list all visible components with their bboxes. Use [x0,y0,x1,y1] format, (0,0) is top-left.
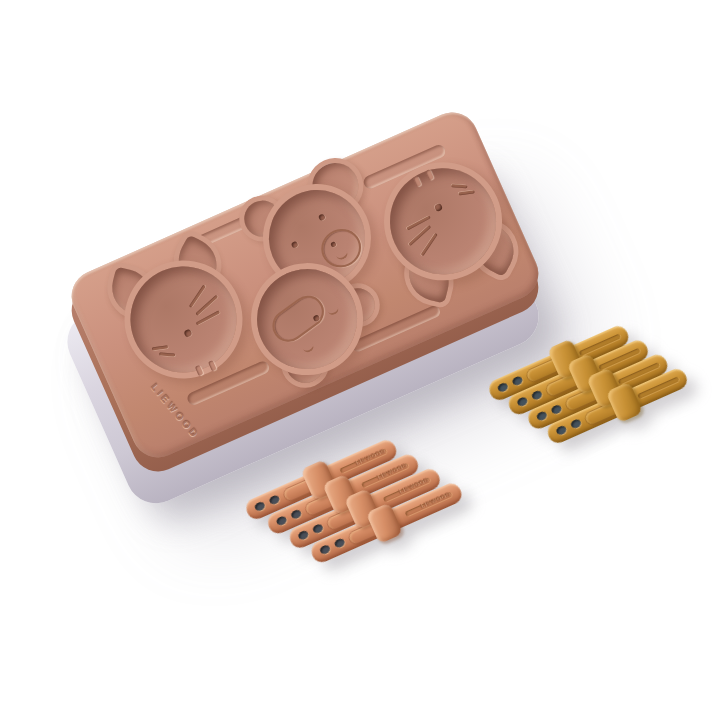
stick-hole [333,537,345,548]
nose-dot [183,329,192,338]
product-photo-stage: LIEWOOD [0,0,720,720]
stick-brand-embossed-text: LIEWOOD [376,463,408,481]
stick-hole [516,396,528,407]
stick-hole [497,382,509,393]
stick-hole [536,410,548,421]
stick-hole [511,375,523,386]
stick-hole [275,515,287,526]
stick-hole [570,418,582,429]
smile-arc [327,306,340,317]
whisker [189,285,206,308]
stick-hole [531,390,543,401]
nose-dot [434,203,443,212]
stick-hole [319,544,331,555]
eye-dot [318,213,326,221]
stick-hole [254,501,266,512]
whisker [152,345,168,350]
stick-brand-embossed-text: LIEWOOD [420,491,452,509]
whisker [159,352,175,356]
whisker [421,233,438,256]
stick-hole [268,494,280,505]
smile-arc [302,343,315,354]
stick-hole [297,530,309,541]
stick-hole [555,425,567,436]
stick-brand-embossed-text: LIEWOOD [354,448,386,466]
eye-dot [291,241,299,249]
stick-hole [550,404,562,415]
stick-hole [312,523,324,534]
stick-hole [290,509,302,520]
inner-ear-outline [266,289,330,348]
stick-brand-embossed-text: LIEWOOD [398,477,430,495]
whisker [458,191,474,196]
whisker [451,185,467,189]
